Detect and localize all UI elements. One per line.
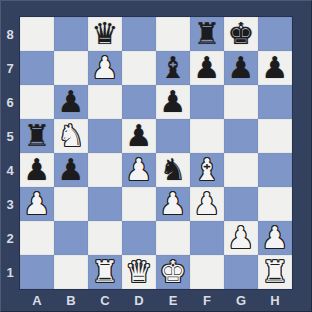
square-g5[interactable] <box>224 119 258 153</box>
piece-white-pawn: ♟ <box>160 187 187 221</box>
square-c6[interactable] <box>88 85 122 119</box>
rank-label-7: 7 <box>0 51 20 85</box>
piece-black-pawn: ♟ <box>194 51 221 85</box>
square-h3[interactable] <box>258 187 292 221</box>
square-f3[interactable]: ♟ <box>190 187 224 221</box>
square-c1[interactable]: ♜ <box>88 255 122 289</box>
piece-black-pawn: ♟ <box>58 85 85 119</box>
piece-black-rook: ♜ <box>24 119 51 153</box>
square-b1[interactable] <box>54 255 88 289</box>
file-label-f: F <box>190 289 224 311</box>
square-f7[interactable]: ♟ <box>190 51 224 85</box>
rank-label-2: 2 <box>0 221 20 255</box>
piece-black-pawn: ♟ <box>24 153 51 187</box>
square-d5[interactable]: ♟ <box>122 119 156 153</box>
rank-labels: 87654321 <box>0 17 20 289</box>
square-f6[interactable] <box>190 85 224 119</box>
square-g3[interactable] <box>224 187 258 221</box>
square-h1[interactable]: ♜ <box>258 255 292 289</box>
square-g7[interactable]: ♟ <box>224 51 258 85</box>
square-g6[interactable] <box>224 85 258 119</box>
square-e7[interactable]: ♝ <box>156 51 190 85</box>
square-e3[interactable]: ♟ <box>156 187 190 221</box>
square-e4[interactable]: ♞ <box>156 153 190 187</box>
square-h8[interactable] <box>258 17 292 51</box>
square-c7[interactable]: ♟ <box>88 51 122 85</box>
square-g4[interactable] <box>224 153 258 187</box>
piece-black-queen: ♛ <box>92 17 119 51</box>
file-label-h: H <box>258 289 292 311</box>
rank-label-6: 6 <box>0 85 20 119</box>
square-g1[interactable] <box>224 255 258 289</box>
square-a4[interactable]: ♟ <box>20 153 54 187</box>
square-c2[interactable] <box>88 221 122 255</box>
square-b8[interactable] <box>54 17 88 51</box>
square-a1[interactable] <box>20 255 54 289</box>
square-h2[interactable]: ♟ <box>258 221 292 255</box>
square-d4[interactable]: ♟ <box>122 153 156 187</box>
file-label-d: D <box>122 289 156 311</box>
square-a7[interactable] <box>20 51 54 85</box>
square-b7[interactable] <box>54 51 88 85</box>
piece-black-rook: ♜ <box>194 17 221 51</box>
square-b5[interactable]: ♞ <box>54 119 88 153</box>
piece-black-pawn: ♟ <box>126 119 153 153</box>
piece-black-knight: ♞ <box>160 153 187 187</box>
square-f5[interactable] <box>190 119 224 153</box>
piece-black-pawn: ♟ <box>160 85 187 119</box>
square-f1[interactable] <box>190 255 224 289</box>
square-d2[interactable] <box>122 221 156 255</box>
piece-white-pawn: ♟ <box>228 221 255 255</box>
piece-black-bishop: ♝ <box>160 51 187 85</box>
square-a3[interactable]: ♟ <box>20 187 54 221</box>
file-label-a: A <box>20 289 54 311</box>
square-f8[interactable]: ♜ <box>190 17 224 51</box>
piece-white-pawn: ♟ <box>24 187 51 221</box>
square-a2[interactable] <box>20 221 54 255</box>
square-h6[interactable] <box>258 85 292 119</box>
piece-white-rook: ♜ <box>262 255 289 289</box>
rank-label-3: 3 <box>0 187 20 221</box>
square-e8[interactable] <box>156 17 190 51</box>
piece-white-rook: ♜ <box>92 255 119 289</box>
square-a6[interactable] <box>20 85 54 119</box>
square-a5[interactable]: ♜ <box>20 119 54 153</box>
square-e5[interactable] <box>156 119 190 153</box>
square-c4[interactable] <box>88 153 122 187</box>
file-label-e: E <box>156 289 190 311</box>
square-d6[interactable] <box>122 85 156 119</box>
square-b6[interactable]: ♟ <box>54 85 88 119</box>
piece-white-bishop: ♝ <box>194 153 221 187</box>
square-b4[interactable]: ♟ <box>54 153 88 187</box>
piece-white-pawn: ♟ <box>92 51 119 85</box>
piece-black-pawn: ♟ <box>262 51 289 85</box>
chess-board: ♛♜♚♟♝♟♟♟♟♟♜♞♟♟♟♟♞♝♟♟♟♟♟♜♛♚♜ <box>20 17 292 289</box>
file-label-c: C <box>88 289 122 311</box>
square-e1[interactable]: ♚ <box>156 255 190 289</box>
chess-board-frame: 87654321 ♛♜♚♟♝♟♟♟♟♟♜♞♟♟♟♟♞♝♟♟♟♟♟♜♛♚♜ ABC… <box>0 0 312 312</box>
rank-label-5: 5 <box>0 119 20 153</box>
square-e2[interactable] <box>156 221 190 255</box>
square-d7[interactable] <box>122 51 156 85</box>
square-f2[interactable] <box>190 221 224 255</box>
file-label-b: B <box>54 289 88 311</box>
square-b2[interactable] <box>54 221 88 255</box>
square-d8[interactable] <box>122 17 156 51</box>
rank-label-8: 8 <box>0 17 20 51</box>
rank-label-4: 4 <box>0 153 20 187</box>
piece-black-pawn: ♟ <box>58 153 85 187</box>
piece-white-pawn: ♟ <box>126 153 153 187</box>
square-g8[interactable]: ♚ <box>224 17 258 51</box>
square-c8[interactable]: ♛ <box>88 17 122 51</box>
square-c3[interactable] <box>88 187 122 221</box>
square-b3[interactable] <box>54 187 88 221</box>
piece-white-knight: ♞ <box>58 119 85 153</box>
square-h7[interactable]: ♟ <box>258 51 292 85</box>
square-d1[interactable]: ♛ <box>122 255 156 289</box>
square-h5[interactable] <box>258 119 292 153</box>
file-labels: ABCDEFGH <box>20 289 292 311</box>
square-g2[interactable]: ♟ <box>224 221 258 255</box>
piece-black-king: ♚ <box>228 17 255 51</box>
rank-label-1: 1 <box>0 255 20 289</box>
square-a8[interactable] <box>20 17 54 51</box>
piece-black-pawn: ♟ <box>228 51 255 85</box>
piece-white-queen: ♛ <box>126 255 153 289</box>
square-d3[interactable] <box>122 187 156 221</box>
square-c5[interactable] <box>88 119 122 153</box>
square-e6[interactable]: ♟ <box>156 85 190 119</box>
square-f4[interactable]: ♝ <box>190 153 224 187</box>
square-h4[interactable] <box>258 153 292 187</box>
piece-white-pawn: ♟ <box>194 187 221 221</box>
piece-white-pawn: ♟ <box>262 221 289 255</box>
piece-white-king: ♚ <box>160 255 187 289</box>
file-label-g: G <box>224 289 258 311</box>
